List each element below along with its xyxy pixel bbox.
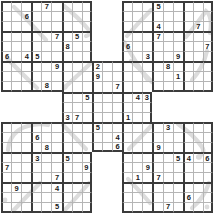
cell-r11c8[interactable] (72, 102, 82, 112)
cell-r4c20[interactable] (193, 31, 203, 41)
cell-r11c9[interactable] (82, 102, 92, 112)
cell-r3c1[interactable] (1, 21, 11, 31)
cell-r6c19[interactable] (183, 51, 193, 61)
cell-r13c5[interactable] (41, 122, 51, 132)
cell-r3c13[interactable] (122, 21, 132, 31)
cell-r8c1[interactable] (1, 71, 11, 81)
cell-r14c11[interactable] (102, 132, 112, 142)
cell-r20c17[interactable] (163, 192, 173, 202)
cell-r18c9[interactable] (82, 172, 92, 182)
cell-r16c6[interactable] (51, 152, 61, 162)
cell-r15c18[interactable] (173, 142, 183, 153)
cell-r3c18[interactable] (173, 21, 183, 31)
cell-r18c5[interactable] (41, 172, 51, 182)
cell-r15c1[interactable] (1, 142, 11, 153)
cell-r3c7[interactable] (62, 21, 72, 31)
cell-r14c1[interactable] (1, 132, 11, 142)
cell-r11c12[interactable] (112, 102, 122, 112)
cell-r9c10[interactable] (92, 81, 102, 92)
cell-r16c16[interactable] (152, 152, 162, 162)
cell-r6c21[interactable] (203, 51, 213, 61)
cell-r11c14[interactable] (132, 102, 142, 112)
cell-r8c6[interactable] (51, 71, 61, 81)
cell-r20c19[interactable]: 6 (183, 192, 193, 202)
cell-r19c17[interactable] (163, 182, 173, 192)
cell-r21c20[interactable] (193, 202, 203, 213)
cell-r18c4[interactable] (31, 172, 41, 182)
cell-r1c5[interactable]: 7 (41, 1, 51, 11)
cell-r6c3[interactable]: 4 (21, 51, 31, 61)
cell-r2c2[interactable] (11, 11, 21, 21)
cell-r1c9[interactable] (82, 1, 92, 11)
cell-r21c18[interactable] (173, 202, 183, 213)
cell-r2c17[interactable] (163, 11, 173, 21)
cell-r5c9[interactable] (82, 41, 92, 51)
cell-r10c12[interactable] (112, 92, 122, 102)
cell-r2c21[interactable] (203, 11, 213, 21)
cell-r17c5[interactable] (41, 162, 51, 172)
cell-r11c10[interactable] (92, 102, 102, 112)
cell-r12c8[interactable]: 7 (72, 112, 82, 122)
cell-r4c4[interactable] (31, 31, 41, 41)
cell-r4c6[interactable]: 7 (51, 31, 61, 41)
cell-r20c7[interactable] (62, 192, 72, 202)
cell-r16c14[interactable] (132, 152, 142, 162)
cell-r7c5[interactable] (41, 61, 51, 71)
cell-r2c7[interactable] (62, 11, 72, 21)
cell-r6c18[interactable]: 9 (173, 51, 183, 61)
cell-r20c4[interactable] (31, 192, 41, 202)
cell-r5c20[interactable] (193, 41, 203, 51)
cell-r10c9[interactable]: 5 (82, 92, 92, 102)
cell-r18c15[interactable] (142, 172, 152, 182)
cell-r8c5[interactable] (41, 71, 51, 81)
cell-r18c21[interactable] (203, 172, 213, 182)
cell-r13c8[interactable] (72, 122, 82, 132)
cell-r13c10[interactable]: 5 (92, 122, 102, 132)
cell-r21c4[interactable] (31, 202, 41, 213)
cell-r7c21[interactable] (203, 61, 213, 71)
cell-r6c14[interactable] (132, 51, 142, 61)
cell-r21c5[interactable] (41, 202, 51, 213)
cell-r5c5[interactable] (41, 41, 51, 51)
cell-r1c21[interactable] (203, 1, 213, 11)
cell-r7c19[interactable] (183, 61, 193, 71)
cell-r9c7[interactable] (62, 81, 72, 92)
cell-r3c16[interactable]: 4 (152, 21, 162, 31)
cell-r14c4[interactable]: 6 (31, 132, 41, 142)
cell-r5c21[interactable]: 7 (203, 41, 213, 51)
cell-r9c4[interactable] (31, 81, 41, 92)
cell-r13c18[interactable] (173, 122, 183, 132)
cell-r18c14[interactable]: 1 (132, 172, 142, 182)
cell-r19c18[interactable] (173, 182, 183, 192)
cell-r8c10[interactable]: 9 (92, 71, 102, 81)
cell-r7c3[interactable] (21, 61, 31, 71)
cell-r13c9[interactable] (82, 122, 92, 132)
cell-r13c2[interactable] (11, 122, 21, 132)
cell-r15c13[interactable] (122, 142, 132, 153)
cell-r15c4[interactable] (31, 142, 41, 153)
cell-r6c16[interactable] (152, 51, 162, 61)
cell-r5c4[interactable] (31, 41, 41, 51)
cell-r21c16[interactable] (152, 202, 162, 213)
cell-r15c7[interactable] (62, 142, 72, 153)
cell-r5c14[interactable] (132, 41, 142, 51)
cell-r20c13[interactable] (122, 192, 132, 202)
cell-r20c20[interactable] (193, 192, 203, 202)
cell-r4c2[interactable] (11, 31, 21, 41)
cell-r9c21[interactable] (203, 81, 213, 92)
cell-r16c7[interactable]: 5 (62, 152, 72, 162)
cell-r2c1[interactable] (1, 11, 11, 21)
cell-r5c1[interactable] (1, 41, 11, 51)
cell-r19c2[interactable]: 9 (11, 182, 21, 192)
cell-r8c3[interactable] (21, 71, 31, 81)
cell-r14c17[interactable] (163, 132, 173, 142)
cell-r14c10[interactable] (92, 132, 102, 142)
cell-r7c1[interactable] (1, 61, 11, 71)
cell-r21c17[interactable]: 7 (163, 202, 173, 213)
cell-r15c12[interactable]: 6 (112, 142, 122, 153)
cell-r17c19[interactable] (183, 162, 193, 172)
cell-r16c3[interactable] (21, 152, 31, 162)
cell-r8c4[interactable] (31, 71, 41, 81)
cell-r19c15[interactable] (142, 182, 152, 192)
cell-r15c17[interactable] (163, 142, 173, 153)
cell-r11c15[interactable] (142, 102, 152, 112)
cell-r17c6[interactable] (51, 162, 61, 172)
cell-r13c14[interactable] (132, 122, 142, 132)
cell-r16c2[interactable] (11, 152, 21, 162)
cell-r10c14[interactable]: 4 (132, 92, 142, 102)
cell-r9c11[interactable] (102, 81, 112, 92)
cell-r6c17[interactable] (163, 51, 173, 61)
cell-r20c1[interactable] (1, 192, 11, 202)
cell-r18c1[interactable] (1, 172, 11, 182)
cell-r19c9[interactable] (82, 182, 92, 192)
cell-r13c3[interactable] (21, 122, 31, 132)
cell-r2c18[interactable] (173, 11, 183, 21)
cell-r16c8[interactable] (72, 152, 82, 162)
cell-r2c3[interactable]: 6 (21, 11, 31, 21)
cell-r2c8[interactable] (72, 11, 82, 21)
cell-r3c20[interactable]: 7 (193, 21, 203, 31)
cell-r8c21[interactable] (203, 71, 213, 81)
cell-r8c18[interactable]: 1 (173, 71, 183, 81)
cell-r3c2[interactable] (11, 21, 21, 31)
cell-r4c1[interactable] (1, 31, 11, 41)
cell-r8c12[interactable] (112, 71, 122, 81)
cell-r9c8[interactable] (72, 81, 82, 92)
cell-r5c13[interactable]: 6 (122, 41, 132, 51)
cell-r20c15[interactable] (142, 192, 152, 202)
cell-r10c15[interactable]: 3 (142, 92, 152, 102)
cell-r19c21[interactable] (203, 182, 213, 192)
cell-r13c16[interactable] (152, 122, 162, 132)
cell-r2c19[interactable] (183, 11, 193, 21)
cell-r14c5[interactable] (41, 132, 51, 142)
cell-r16c4[interactable]: 3 (31, 152, 41, 162)
cell-r20c2[interactable] (11, 192, 21, 202)
cell-r14c3[interactable] (21, 132, 31, 142)
cell-r20c3[interactable] (21, 192, 31, 202)
cell-r7c6[interactable]: 9 (51, 61, 61, 71)
cell-r21c6[interactable]: 5 (51, 202, 61, 213)
cell-r3c21[interactable] (203, 21, 213, 31)
cell-r17c3[interactable] (21, 162, 31, 172)
cell-r9c17[interactable] (163, 81, 173, 92)
cell-r17c8[interactable] (72, 162, 82, 172)
cell-r7c15[interactable] (142, 61, 152, 71)
cell-r4c5[interactable] (41, 31, 51, 41)
cell-r4c14[interactable] (132, 31, 142, 41)
cell-r18c19[interactable] (183, 172, 193, 182)
cell-r20c8[interactable] (72, 192, 82, 202)
cell-r10c10[interactable] (92, 92, 102, 102)
cell-r6c2[interactable] (11, 51, 21, 61)
cell-r1c6[interactable] (51, 1, 61, 11)
cell-r14c6[interactable] (51, 132, 61, 142)
cell-r14c19[interactable] (183, 132, 193, 142)
cell-r6c15[interactable]: 3 (142, 51, 152, 61)
cell-r6c20[interactable] (193, 51, 203, 61)
cell-r12c11[interactable] (102, 112, 112, 122)
cell-r18c16[interactable]: 7 (152, 172, 162, 182)
cell-r6c8[interactable] (72, 51, 82, 61)
cell-r8c17[interactable] (163, 71, 173, 81)
cell-r13c1[interactable] (1, 122, 11, 132)
cell-r2c9[interactable] (82, 11, 92, 21)
cell-r13c21[interactable] (203, 122, 213, 132)
cell-r20c21[interactable] (203, 192, 213, 202)
cell-r13c19[interactable] (183, 122, 193, 132)
cell-r21c9[interactable] (82, 202, 92, 213)
cell-r1c1[interactable] (1, 1, 11, 11)
cell-r13c4[interactable] (31, 122, 41, 132)
cell-r13c13[interactable] (122, 122, 132, 132)
cell-r20c9[interactable] (82, 192, 92, 202)
cell-r1c20[interactable] (193, 1, 203, 11)
cell-r6c5[interactable] (41, 51, 51, 61)
cell-r17c9[interactable]: 9 (82, 162, 92, 172)
cell-r1c7[interactable] (62, 1, 72, 11)
cell-r5c19[interactable] (183, 41, 193, 51)
cell-r10c11[interactable] (102, 92, 112, 102)
cell-r6c7[interactable] (62, 51, 72, 61)
cell-r16c9[interactable] (82, 152, 92, 162)
cell-r8c9[interactable] (82, 71, 92, 81)
cell-r21c7[interactable] (62, 202, 72, 213)
cell-r8c16[interactable] (152, 71, 162, 81)
cell-r12c12[interactable] (112, 112, 122, 122)
cell-r19c3[interactable] (21, 182, 31, 192)
cell-r9c2[interactable] (11, 81, 21, 92)
cell-r16c5[interactable] (41, 152, 51, 162)
cell-r10c7[interactable] (62, 92, 72, 102)
cell-r21c8[interactable] (72, 202, 82, 213)
cell-r13c12[interactable] (112, 122, 122, 132)
cell-r4c3[interactable] (21, 31, 31, 41)
cell-r1c17[interactable] (163, 1, 173, 11)
cell-r6c9[interactable] (82, 51, 92, 61)
cell-r5c18[interactable] (173, 41, 183, 51)
cell-r3c6[interactable] (51, 21, 61, 31)
cell-r7c16[interactable] (152, 61, 162, 71)
cell-r12c13[interactable]: 1 (122, 112, 132, 122)
cell-r17c7[interactable] (62, 162, 72, 172)
cell-r15c19[interactable] (183, 142, 193, 153)
cell-r1c13[interactable] (122, 1, 132, 11)
cell-r15c3[interactable] (21, 142, 31, 153)
cell-r12c10[interactable] (92, 112, 102, 122)
cell-r19c4[interactable] (31, 182, 41, 192)
cell-r19c20[interactable] (193, 182, 203, 192)
cell-r3c5[interactable] (41, 21, 51, 31)
cell-r18c7[interactable] (62, 172, 72, 182)
cell-r17c13[interactable] (122, 162, 132, 172)
cell-r3c8[interactable] (72, 21, 82, 31)
cell-r14c14[interactable] (132, 132, 142, 142)
cell-r9c6[interactable] (51, 81, 61, 92)
cell-r8c14[interactable] (132, 71, 142, 81)
cell-r3c19[interactable] (183, 21, 193, 31)
cell-r17c1[interactable]: 7 (1, 162, 11, 172)
cell-r1c16[interactable]: 5 (152, 1, 162, 11)
cell-r8c11[interactable] (102, 71, 112, 81)
cell-r19c16[interactable] (152, 182, 162, 192)
cell-r3c9[interactable] (82, 21, 92, 31)
cell-r1c19[interactable] (183, 1, 193, 11)
cell-r7c8[interactable] (72, 61, 82, 71)
cell-r7c14[interactable] (132, 61, 142, 71)
cell-r9c1[interactable] (1, 81, 11, 92)
cell-r17c17[interactable] (163, 162, 173, 172)
cell-r4c21[interactable] (203, 31, 213, 41)
cell-r17c21[interactable] (203, 162, 213, 172)
cell-r4c7[interactable] (62, 31, 72, 41)
cell-r2c20[interactable] (193, 11, 203, 21)
cell-r9c5[interactable]: 8 (41, 81, 51, 92)
cell-r21c2[interactable] (11, 202, 21, 213)
cell-r10c8[interactable] (72, 92, 82, 102)
cell-r4c9[interactable] (82, 31, 92, 41)
cell-r13c6[interactable] (51, 122, 61, 132)
cell-r21c1[interactable] (1, 202, 11, 213)
cell-r18c18[interactable] (173, 172, 183, 182)
cell-r9c3[interactable] (21, 81, 31, 92)
cell-r5c6[interactable] (51, 41, 61, 51)
cell-r18c3[interactable] (21, 172, 31, 182)
cell-r4c8[interactable]: 5 (72, 31, 82, 41)
cell-r18c2[interactable] (11, 172, 21, 182)
cell-r8c13[interactable] (122, 71, 132, 81)
cell-r2c5[interactable] (41, 11, 51, 21)
cell-r21c19[interactable] (183, 202, 193, 213)
cell-r19c14[interactable] (132, 182, 142, 192)
cell-r17c20[interactable] (193, 162, 203, 172)
cell-r7c17[interactable]: 8 (163, 61, 173, 71)
cell-r14c16[interactable] (152, 132, 162, 142)
cell-r1c3[interactable] (21, 1, 31, 11)
cell-r6c13[interactable] (122, 51, 132, 61)
cell-r2c13[interactable] (122, 11, 132, 21)
cell-r13c17[interactable]: 3 (163, 122, 173, 132)
cell-r3c14[interactable] (132, 21, 142, 31)
cell-r21c13[interactable] (122, 202, 132, 213)
cell-r3c15[interactable] (142, 21, 152, 31)
cell-r16c18[interactable]: 5 (173, 152, 183, 162)
cell-r19c13[interactable] (122, 182, 132, 192)
cell-r18c8[interactable] (72, 172, 82, 182)
cell-r4c17[interactable] (163, 31, 173, 41)
cell-r15c8[interactable] (72, 142, 82, 153)
cell-r20c5[interactable] (41, 192, 51, 202)
cell-r14c21[interactable] (203, 132, 213, 142)
cell-r17c4[interactable] (31, 162, 41, 172)
cell-r17c2[interactable] (11, 162, 21, 172)
cell-r20c16[interactable] (152, 192, 162, 202)
cell-r21c15[interactable] (142, 202, 152, 213)
cell-r11c7[interactable] (62, 102, 72, 112)
cell-r15c14[interactable] (132, 142, 142, 153)
cell-r2c16[interactable] (152, 11, 162, 21)
cell-r4c13[interactable] (122, 31, 132, 41)
cell-r20c18[interactable] (173, 192, 183, 202)
cell-r14c9[interactable] (82, 132, 92, 142)
cell-r16c1[interactable] (1, 152, 11, 162)
cell-r15c21[interactable] (203, 142, 213, 153)
cell-r19c5[interactable] (41, 182, 51, 192)
cell-r12c7[interactable]: 3 (62, 112, 72, 122)
cell-r15c10[interactable] (92, 142, 102, 153)
cell-r15c20[interactable] (193, 142, 203, 153)
cell-r7c7[interactable] (62, 61, 72, 71)
cell-r14c2[interactable] (11, 132, 21, 142)
cell-r9c20[interactable] (193, 81, 203, 92)
cell-r4c18[interactable] (173, 31, 183, 41)
cell-r14c20[interactable] (193, 132, 203, 142)
cell-r18c17[interactable] (163, 172, 173, 182)
cell-r1c15[interactable] (142, 1, 152, 11)
cell-r12c9[interactable] (82, 112, 92, 122)
cell-r14c8[interactable] (72, 132, 82, 142)
cell-r9c14[interactable] (132, 81, 142, 92)
cell-r1c8[interactable] (72, 1, 82, 11)
cell-r5c3[interactable] (21, 41, 31, 51)
cell-r7c9[interactable] (82, 61, 92, 71)
cell-r8c2[interactable] (11, 71, 21, 81)
cell-r2c15[interactable] (142, 11, 152, 21)
cell-r16c13[interactable] (122, 152, 132, 162)
cell-r20c14[interactable] (132, 192, 142, 202)
cell-r7c2[interactable] (11, 61, 21, 71)
cell-r21c14[interactable] (132, 202, 142, 213)
cell-r4c19[interactable] (183, 31, 193, 41)
cell-r5c7[interactable]: 8 (62, 41, 72, 51)
cell-r16c15[interactable] (142, 152, 152, 162)
cell-r19c8[interactable] (72, 182, 82, 192)
cell-r9c18[interactable] (173, 81, 183, 92)
cell-r16c20[interactable] (193, 152, 203, 162)
cell-r11c11[interactable] (102, 102, 112, 112)
cell-r12c14[interactable] (132, 112, 142, 122)
cell-r7c11[interactable] (102, 61, 112, 71)
cell-r13c7[interactable] (62, 122, 72, 132)
cell-r18c6[interactable]: 7 (51, 172, 61, 182)
cell-r17c15[interactable]: 9 (142, 162, 152, 172)
cell-r5c17[interactable] (163, 41, 173, 51)
